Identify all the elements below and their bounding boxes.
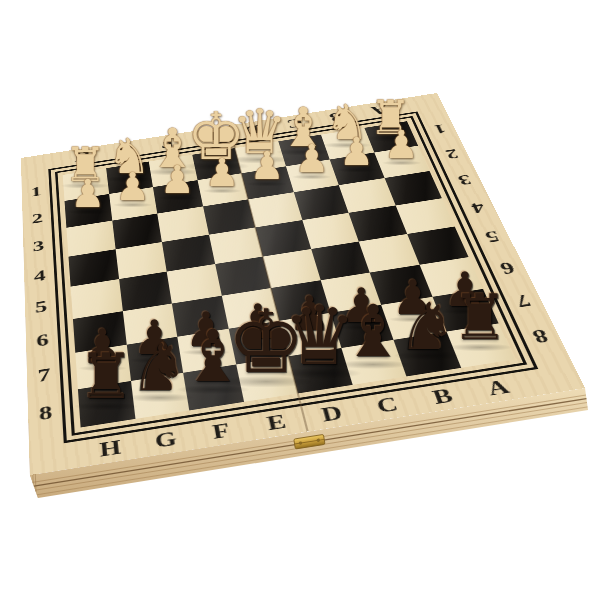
pawn-glyph: ♟	[205, 154, 240, 193]
piece-black-rook-a8[interactable]: ♜	[452, 287, 508, 350]
chess-set-photo: HH11GG22FF33EE44DD55CC66BB77AA88 ♜♞♝♛♚♝♞…	[0, 0, 600, 600]
pawn-glyph: ♟	[160, 161, 195, 200]
pawn-glyph: ♟	[115, 168, 150, 207]
piece-white-pawn-a2[interactable]: ♟	[384, 126, 419, 165]
pawn-glyph: ♟	[294, 140, 329, 179]
piece-white-pawn-c2[interactable]: ♟	[294, 140, 329, 179]
pawn-glyph: ♟	[384, 126, 419, 165]
pawn-glyph: ♟	[339, 133, 374, 172]
piece-white-pawn-b2[interactable]: ♟	[339, 133, 374, 172]
pawn-glyph: ♟	[71, 175, 106, 214]
piece-white-pawn-d2[interactable]: ♟	[250, 147, 285, 186]
pawn-glyph: ♟	[250, 147, 285, 186]
piece-white-pawn-h2[interactable]: ♟	[71, 175, 106, 214]
rook-glyph: ♜	[452, 287, 508, 350]
piece-white-pawn-g2[interactable]: ♟	[115, 168, 150, 207]
piece-white-pawn-f2[interactable]: ♟	[160, 161, 195, 200]
pieces-layer: ♜♞♝♛♚♝♞♜♟♟♟♟♟♟♟♟♟♟♟♟♟♟♟♟♜♞♝♛♚♝♞♜	[0, 0, 600, 600]
piece-white-pawn-e2[interactable]: ♟	[205, 154, 240, 193]
